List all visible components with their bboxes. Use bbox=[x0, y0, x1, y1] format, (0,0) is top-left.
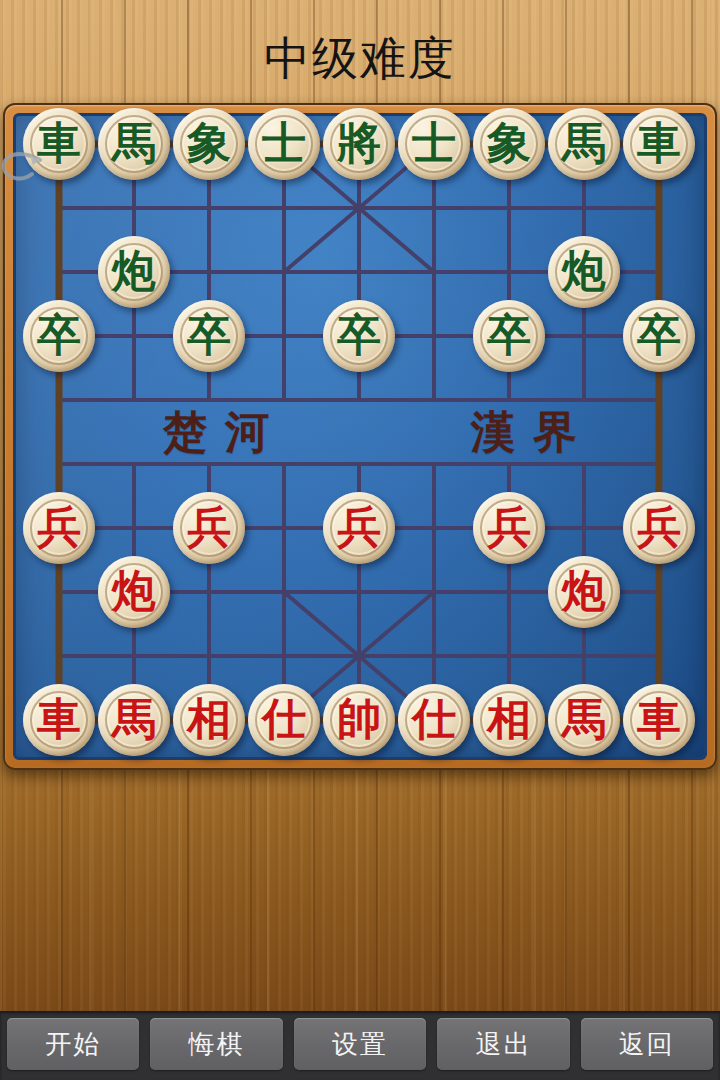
piece-red-炮[interactable]: 炮 bbox=[548, 556, 620, 628]
piece-black-馬[interactable]: 馬 bbox=[548, 108, 620, 180]
piece-black-卒[interactable]: 卒 bbox=[23, 300, 95, 372]
toolbar: 开始 悔棋 设置 退出 返回 bbox=[0, 1011, 720, 1080]
piece-glyph: 炮 bbox=[98, 556, 170, 628]
piece-red-相[interactable]: 相 bbox=[173, 684, 245, 756]
cursor-swirl-icon bbox=[0, 146, 44, 198]
piece-glyph: 士 bbox=[398, 108, 470, 180]
piece-glyph: 仕 bbox=[398, 684, 470, 756]
piece-glyph: 相 bbox=[473, 684, 545, 756]
piece-glyph: 車 bbox=[623, 108, 695, 180]
piece-glyph: 士 bbox=[248, 108, 320, 180]
xiangqi-app: 中级难度 楚河 漢界 車馬象士將士象馬車炮炮卒卒卒卒卒兵兵兵兵兵炮炮車馬相仕帥仕… bbox=[0, 0, 720, 1080]
piece-glyph: 卒 bbox=[173, 300, 245, 372]
piece-glyph: 兵 bbox=[473, 492, 545, 564]
river-label-chu: 楚河 bbox=[163, 403, 287, 462]
piece-red-炮[interactable]: 炮 bbox=[98, 556, 170, 628]
piece-glyph: 馬 bbox=[98, 684, 170, 756]
piece-glyph: 相 bbox=[173, 684, 245, 756]
piece-glyph: 馬 bbox=[98, 108, 170, 180]
piece-glyph: 馬 bbox=[548, 108, 620, 180]
settings-button[interactable]: 设置 bbox=[294, 1018, 426, 1070]
piece-glyph: 車 bbox=[623, 684, 695, 756]
piece-black-卒[interactable]: 卒 bbox=[623, 300, 695, 372]
piece-black-卒[interactable]: 卒 bbox=[473, 300, 545, 372]
undo-button[interactable]: 悔棋 bbox=[150, 1018, 282, 1070]
piece-red-兵[interactable]: 兵 bbox=[173, 492, 245, 564]
piece-red-仕[interactable]: 仕 bbox=[248, 684, 320, 756]
piece-glyph: 炮 bbox=[98, 236, 170, 308]
piece-glyph: 車 bbox=[23, 684, 95, 756]
piece-red-兵[interactable]: 兵 bbox=[23, 492, 95, 564]
piece-red-帥[interactable]: 帥 bbox=[323, 684, 395, 756]
piece-glyph: 將 bbox=[323, 108, 395, 180]
piece-glyph: 仕 bbox=[248, 684, 320, 756]
piece-glyph: 兵 bbox=[323, 492, 395, 564]
piece-black-象[interactable]: 象 bbox=[473, 108, 545, 180]
exit-button[interactable]: 退出 bbox=[437, 1018, 569, 1070]
board-field bbox=[13, 113, 707, 760]
piece-glyph: 兵 bbox=[23, 492, 95, 564]
piece-glyph: 卒 bbox=[323, 300, 395, 372]
piece-red-馬[interactable]: 馬 bbox=[548, 684, 620, 756]
piece-red-兵[interactable]: 兵 bbox=[473, 492, 545, 564]
piece-glyph: 象 bbox=[473, 108, 545, 180]
page-title: 中级难度 bbox=[0, 28, 720, 90]
piece-red-車[interactable]: 車 bbox=[23, 684, 95, 756]
piece-glyph: 象 bbox=[173, 108, 245, 180]
piece-black-士[interactable]: 士 bbox=[398, 108, 470, 180]
piece-glyph: 卒 bbox=[473, 300, 545, 372]
xiangqi-board: 楚河 漢界 車馬象士將士象馬車炮炮卒卒卒卒卒兵兵兵兵兵炮炮車馬相仕帥仕相馬車 bbox=[3, 103, 717, 770]
piece-red-仕[interactable]: 仕 bbox=[398, 684, 470, 756]
piece-black-卒[interactable]: 卒 bbox=[173, 300, 245, 372]
river-label-han: 漢界 bbox=[471, 403, 595, 462]
piece-glyph: 卒 bbox=[623, 300, 695, 372]
piece-glyph: 卒 bbox=[23, 300, 95, 372]
piece-black-炮[interactable]: 炮 bbox=[548, 236, 620, 308]
piece-glyph: 兵 bbox=[623, 492, 695, 564]
piece-black-象[interactable]: 象 bbox=[173, 108, 245, 180]
piece-black-炮[interactable]: 炮 bbox=[98, 236, 170, 308]
piece-glyph: 帥 bbox=[323, 684, 395, 756]
piece-black-馬[interactable]: 馬 bbox=[98, 108, 170, 180]
piece-red-車[interactable]: 車 bbox=[623, 684, 695, 756]
piece-red-兵[interactable]: 兵 bbox=[623, 492, 695, 564]
piece-red-兵[interactable]: 兵 bbox=[323, 492, 395, 564]
piece-red-馬[interactable]: 馬 bbox=[98, 684, 170, 756]
piece-glyph: 炮 bbox=[548, 556, 620, 628]
piece-glyph: 炮 bbox=[548, 236, 620, 308]
piece-black-卒[interactable]: 卒 bbox=[323, 300, 395, 372]
piece-glyph: 兵 bbox=[173, 492, 245, 564]
piece-red-相[interactable]: 相 bbox=[473, 684, 545, 756]
piece-glyph: 馬 bbox=[548, 684, 620, 756]
start-button[interactable]: 开始 bbox=[7, 1018, 139, 1070]
back-button[interactable]: 返回 bbox=[581, 1018, 713, 1070]
piece-black-士[interactable]: 士 bbox=[248, 108, 320, 180]
piece-black-車[interactable]: 車 bbox=[623, 108, 695, 180]
piece-black-將[interactable]: 將 bbox=[323, 108, 395, 180]
